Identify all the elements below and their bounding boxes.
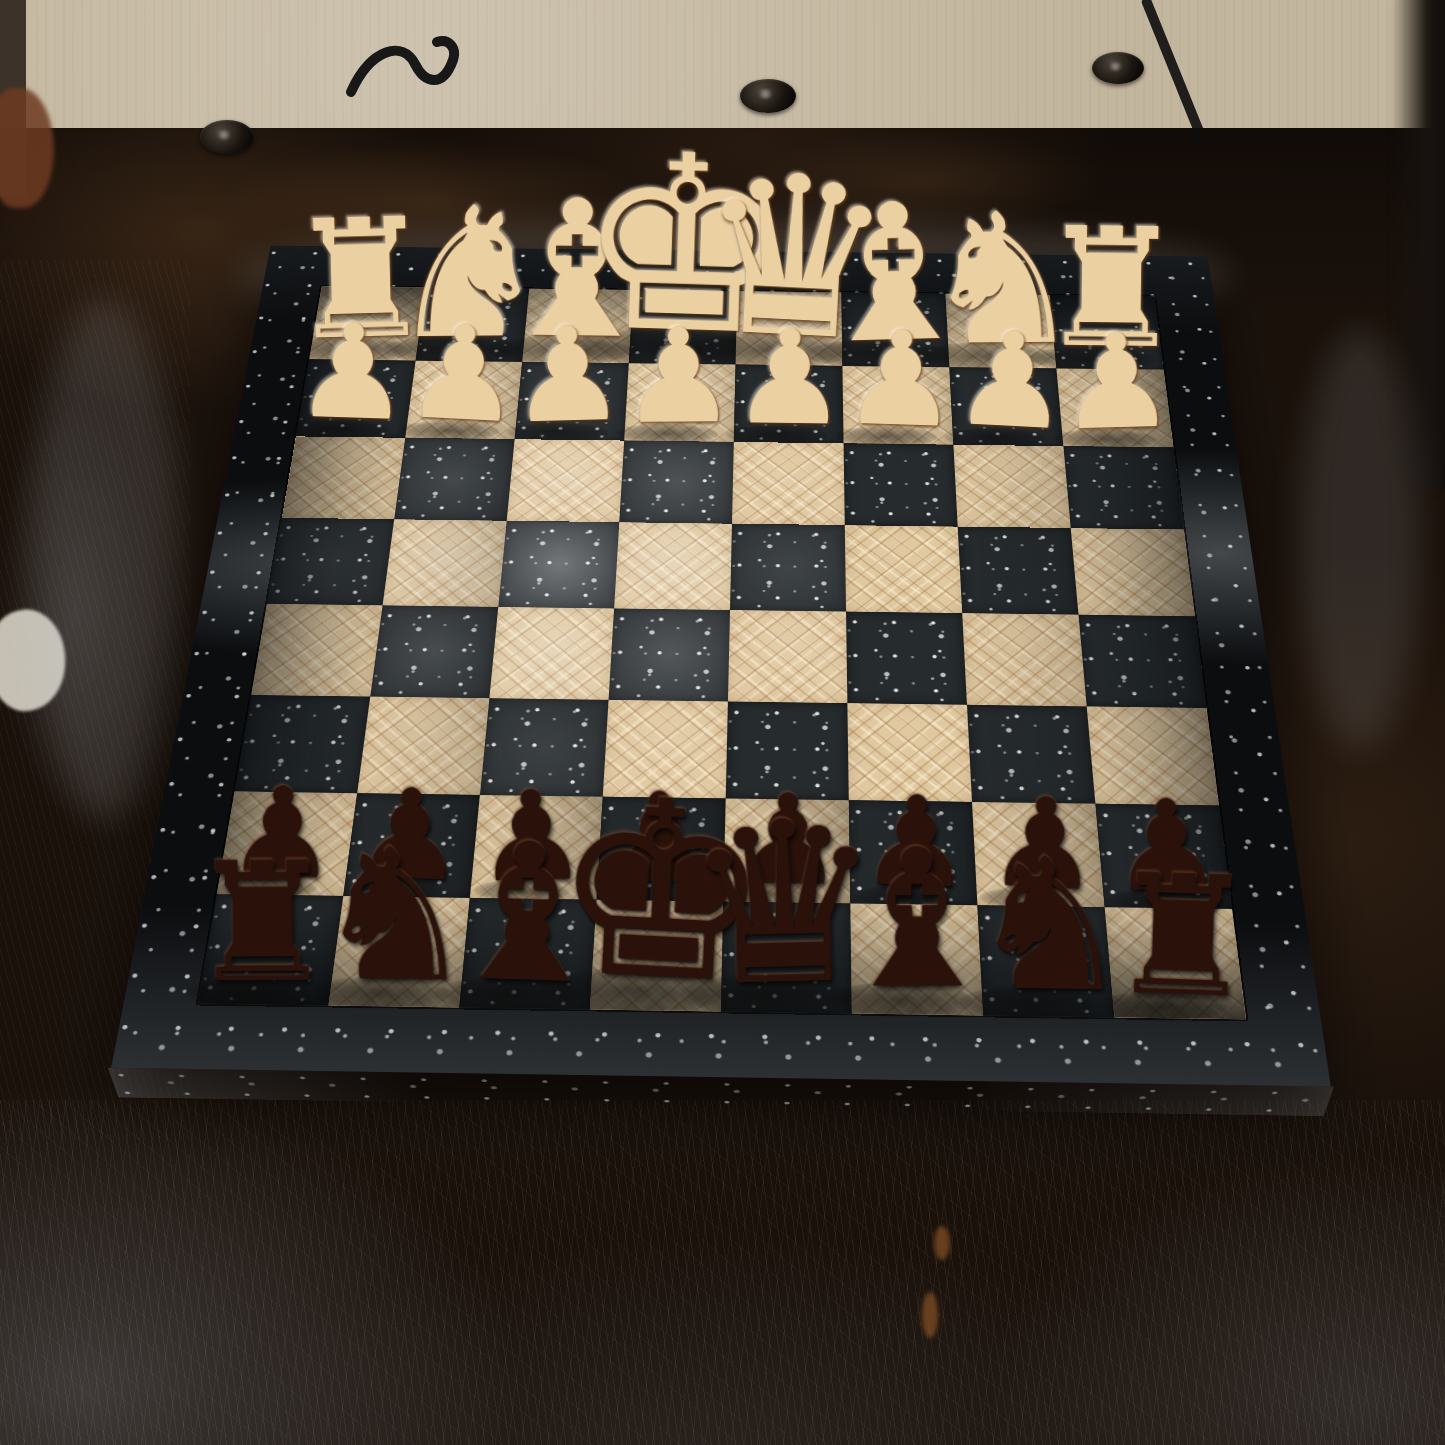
knob-highlight	[1107, 62, 1125, 72]
square-g4[interactable]	[383, 519, 507, 607]
flash-glare-overlay	[728, 610, 847, 703]
flash-glare-overlay	[507, 439, 625, 522]
square-a3[interactable]	[1063, 446, 1183, 529]
square-c4[interactable]	[845, 525, 962, 613]
square-e4[interactable]	[614, 522, 732, 610]
flash-glare-overlay	[619, 441, 734, 524]
square-f5[interactable]	[489, 607, 614, 700]
flash-glare-overlay	[394, 438, 514, 521]
piece-black-knight[interactable]: ♞	[313, 830, 478, 1005]
square-f3[interactable]	[507, 439, 625, 522]
spray-vignette-overlay	[282, 436, 405, 519]
flash-glare-overlay	[845, 525, 962, 613]
spray-vignette-overlay	[1078, 615, 1206, 708]
screw-knob	[200, 120, 254, 154]
piece-white-pawn[interactable]: ♟	[950, 316, 1074, 446]
spray-dust-left	[30, 300, 180, 820]
square-h3[interactable]	[282, 436, 405, 519]
square-f2[interactable]: ♟	[515, 362, 629, 441]
flash-glare-overlay	[489, 607, 614, 700]
flash-glare-overlay	[498, 521, 619, 609]
square-d3[interactable]	[732, 442, 845, 525]
square-d4[interactable]	[730, 524, 846, 612]
square-g8[interactable]: ♞	[329, 896, 470, 1007]
square-e8[interactable]: ♚	[590, 900, 723, 1012]
square-h4[interactable]	[267, 518, 394, 606]
square-a5[interactable]	[1078, 615, 1206, 708]
flash-glare-overlay	[614, 522, 732, 610]
rust-fleck	[922, 1292, 938, 1338]
spray-dust-right	[1300, 330, 1420, 750]
square-e5[interactable]	[609, 608, 730, 701]
flash-glare-overlay	[844, 443, 958, 526]
flash-glare-overlay	[609, 608, 730, 701]
spray-vignette-overlay	[267, 518, 394, 606]
square-f4[interactable]	[498, 521, 619, 609]
rust-fleck	[934, 1226, 950, 1260]
piece-black-king[interactable]: ♚	[546, 770, 776, 1013]
square-d2[interactable]: ♟	[734, 365, 844, 444]
flash-glare-overlay	[953, 445, 1070, 528]
square-g2[interactable]: ♟	[405, 361, 522, 440]
square-h2[interactable]: ♟	[296, 359, 416, 437]
square-c5[interactable]	[846, 612, 967, 705]
spray-vignette-overlay	[251, 604, 382, 697]
square-h5[interactable]	[251, 604, 382, 697]
piece-white-pawn[interactable]: ♟	[508, 312, 628, 439]
knob-highlight	[756, 89, 775, 99]
flash-glare-overlay	[383, 519, 507, 607]
flash-glare-overlay	[732, 442, 845, 525]
square-g3[interactable]	[394, 438, 514, 521]
spray-vignette-overlay	[1071, 528, 1195, 616]
square-b2[interactable]: ♟	[949, 367, 1063, 446]
flash-glare-overlay	[962, 613, 1086, 706]
flash-glare-overlay	[370, 605, 498, 698]
piece-white-pawn[interactable]: ♟	[402, 309, 525, 439]
square-e3[interactable]	[619, 441, 734, 524]
chess-board-grid: ♜♞♝♚♛♝♞♜♟♟♟♟♟♟♟♟♟♟♟♟♟♟♟♟♜♞♝♚♛♝♞♜	[198, 286, 1246, 1019]
chess-board: ♜♞♝♚♛♝♞♜♟♟♟♟♟♟♟♟♟♟♟♟♟♟♟♟♜♞♝♚♛♝♞♜	[111, 246, 1331, 1087]
piece-white-pawn[interactable]: ♟	[840, 315, 961, 443]
square-b3[interactable]	[953, 445, 1070, 528]
square-b4[interactable]	[958, 527, 1079, 615]
spray-vignette-overlay	[1063, 446, 1183, 529]
screw-knob	[1092, 52, 1144, 84]
square-a4[interactable]	[1071, 528, 1195, 616]
power-cable	[345, 30, 465, 110]
piece-white-pawn[interactable]: ♟	[1057, 318, 1177, 445]
flash-glare-overlay	[958, 527, 1079, 615]
square-d5[interactable]	[728, 610, 847, 703]
knob-highlight	[215, 130, 233, 140]
flash-glare-overlay	[730, 524, 846, 612]
square-a2[interactable]: ♟	[1056, 369, 1173, 448]
square-e2[interactable]: ♟	[624, 363, 735, 442]
flash-glare-overlay	[846, 612, 967, 705]
square-c2[interactable]: ♟	[842, 366, 953, 445]
piece-white-pawn[interactable]: ♟	[292, 309, 413, 436]
table-scratches	[0, 1100, 1445, 1445]
piece-white-pawn[interactable]: ♟	[620, 314, 738, 439]
square-g5[interactable]	[370, 605, 498, 698]
square-b8[interactable]: ♞	[977, 905, 1114, 1017]
piece-white-pawn[interactable]: ♟	[730, 315, 849, 440]
square-b5[interactable]	[962, 613, 1086, 706]
square-c3[interactable]	[844, 443, 958, 526]
piece-black-knight[interactable]: ♞	[967, 839, 1133, 1014]
